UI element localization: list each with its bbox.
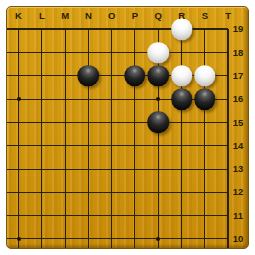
grid-line-vertical [111,29,112,41]
intersection-M16[interactable] [53,88,76,111]
grid-line-vertical [227,134,229,157]
grid-line-vertical [227,204,229,227]
grid-line-vertical [65,134,66,157]
intersection-L11[interactable] [30,204,53,227]
grid-line-vertical [134,157,135,180]
intersection-M18[interactable] [53,41,76,64]
intersection-P13[interactable] [123,157,146,180]
intersection-M11[interactable] [53,204,76,227]
intersection-L13[interactable] [30,157,53,180]
intersection-Q10[interactable] [147,227,170,249]
grid-line-vertical [65,227,66,249]
intersection-M15[interactable] [53,111,76,134]
grid-line-vertical [158,29,159,41]
intersection-L17[interactable] [30,64,53,87]
grid-line-vertical [41,134,42,157]
grid-line-vertical [18,181,19,204]
row-label-15: 15 [230,116,246,130]
row-label-14: 14 [230,139,246,153]
column-label-M: M [55,9,75,23]
grid-line-vertical [41,157,42,180]
intersection-Q13[interactable] [147,157,170,180]
intersection-Q14[interactable] [147,134,170,157]
grid-line-vertical [134,41,135,64]
intersection-M13[interactable] [53,157,76,180]
intersection-M12[interactable] [53,181,76,204]
intersection-P16[interactable] [123,88,146,111]
intersection-O15[interactable] [100,111,123,134]
go-board-grid [7,18,240,249]
grid-line-vertical [41,111,42,134]
white-stone-R17 [171,65,193,87]
grid-line-vertical [111,157,112,180]
intersection-R15[interactable] [170,111,193,134]
grid-line-vertical [181,111,182,134]
intersection-K13[interactable] [7,157,30,180]
grid-line-vertical [204,111,205,134]
intersection-L12[interactable] [30,181,53,204]
grid-line-vertical [227,41,229,64]
grid-line-vertical [204,204,205,227]
grid-line-vertical [158,181,159,204]
star-point-K10 [17,237,21,241]
row-label-19: 19 [230,22,246,36]
intersection-Q16[interactable] [147,88,170,111]
grid-line-vertical [18,204,19,227]
intersection-L18[interactable] [30,41,53,64]
black-stone-P17 [124,65,146,87]
intersection-L16[interactable] [30,88,53,111]
intersection-P14[interactable] [123,134,146,157]
grid-line-vertical [134,204,135,227]
column-label-S: S [195,9,215,23]
grid-line-vertical [227,64,229,87]
grid-line-vertical [227,181,229,204]
grid-line-vertical [158,204,159,227]
intersection-R14[interactable] [170,134,193,157]
intersection-S16[interactable] [193,88,216,111]
row-label-12: 12 [230,185,246,199]
grid-line-vertical [65,181,66,204]
column-label-P: P [125,9,145,23]
grid-line-vertical [88,41,89,64]
star-point-K16 [17,97,21,101]
grid-line-vertical [111,134,112,157]
intersection-N18[interactable] [77,41,100,64]
intersection-R10[interactable] [170,227,193,249]
grid-line-vertical [134,29,135,41]
intersection-O18[interactable] [100,41,123,64]
grid-line-vertical [204,181,205,204]
row-label-13: 13 [230,162,246,176]
grid-line-vertical [111,88,112,111]
intersection-N16[interactable] [77,88,100,111]
intersection-K10[interactable] [7,227,30,249]
column-label-R: R [172,9,192,23]
intersection-N12[interactable] [77,181,100,204]
intersection-K15[interactable] [7,111,30,134]
grid-line-vertical [111,111,112,134]
intersection-L15[interactable] [30,111,53,134]
black-stone-S16 [194,88,216,110]
grid-line-vertical [41,29,42,41]
intersection-O12[interactable] [100,181,123,204]
grid-line-vertical [41,88,42,111]
intersection-O11[interactable] [100,204,123,227]
column-label-K: K [9,9,29,23]
intersection-P15[interactable] [123,111,146,134]
intersection-M10[interactable] [53,227,76,249]
grid-line-vertical [41,64,42,87]
intersection-Q17[interactable] [147,64,170,87]
row-label-17: 17 [230,69,246,83]
grid-line-vertical [227,157,229,180]
grid-line-vertical [65,111,66,134]
grid-line-vertical [111,41,112,64]
grid-line-vertical [18,29,19,41]
grid-line-vertical [88,134,89,157]
intersection-O16[interactable] [100,88,123,111]
intersection-S13[interactable] [193,157,216,180]
intersection-P12[interactable] [123,181,146,204]
grid-line-vertical [88,29,89,41]
grid-line-vertical [65,157,66,180]
intersection-L10[interactable] [30,227,53,249]
intersection-R12[interactable] [170,181,193,204]
grid-line-vertical [41,181,42,204]
row-label-18: 18 [230,46,246,60]
intersection-R18[interactable] [170,41,193,64]
grid-line-vertical [111,227,112,249]
row-label-10: 10 [230,232,246,246]
grid-line-vertical [41,227,42,249]
column-label-N: N [78,9,98,23]
grid-line-vertical [134,227,135,249]
row-label-11: 11 [230,209,246,223]
white-stone-Q18 [148,42,170,64]
intersection-Q11[interactable] [147,204,170,227]
grid-line-vertical [227,111,229,134]
column-label-O: O [102,9,122,23]
intersection-P18[interactable] [123,41,146,64]
column-label-L: L [32,9,52,23]
grid-line-vertical [65,29,66,41]
black-stone-Q15 [148,112,170,134]
grid-line-vertical [88,204,89,227]
intersection-R11[interactable] [170,204,193,227]
intersection-K16[interactable] [7,88,30,111]
grid-line-vertical [88,111,89,134]
grid-line-vertical [134,111,135,134]
grid-line-vertical [181,227,182,249]
grid-line-vertical [18,111,19,134]
black-stone-R16 [171,88,193,110]
row-label-16: 16 [230,92,246,106]
grid-line-vertical [181,181,182,204]
intersection-R16[interactable] [170,88,193,111]
intersection-Q15[interactable] [147,111,170,134]
grid-line-vertical [181,41,182,64]
column-label-T: T [218,9,238,23]
intersection-R17[interactable] [170,64,193,87]
grid-line-vertical [65,204,66,227]
grid-line-vertical [204,227,205,249]
grid-line-vertical [41,41,42,64]
grid-line-vertical [204,134,205,157]
intersection-R13[interactable] [170,157,193,180]
intersection-O13[interactable] [100,157,123,180]
star-point-Q16 [156,97,160,101]
grid-line-vertical [88,227,89,249]
intersection-Q12[interactable] [147,181,170,204]
grid-line-vertical [88,157,89,180]
grid-line-vertical [111,64,112,87]
intersection-O17[interactable] [100,64,123,87]
intersection-N13[interactable] [77,157,100,180]
intersection-P17[interactable] [123,64,146,87]
grid-line-vertical [204,41,205,64]
grid-line-vertical [18,134,19,157]
grid-line-vertical [181,157,182,180]
intersection-S12[interactable] [193,181,216,204]
grid-line-vertical [227,29,229,41]
intersection-N15[interactable] [77,111,100,134]
grid-line-vertical [18,64,19,87]
intersection-N10[interactable] [77,227,100,249]
white-stone-S17 [194,65,216,87]
grid-line-vertical [134,134,135,157]
star-point-Q10 [156,237,160,241]
grid-line-vertical [88,181,89,204]
grid-line-vertical [88,88,89,111]
grid-line-vertical [134,88,135,111]
intersection-P11[interactable] [123,204,146,227]
intersection-M14[interactable] [53,134,76,157]
column-label-Q: Q [148,9,168,23]
intersection-S18[interactable] [193,41,216,64]
grid-line-vertical [65,88,66,111]
grid-line-vertical [181,204,182,227]
grid-line-vertical [204,29,205,41]
grid-line-vertical [18,157,19,180]
intersection-N17[interactable] [77,64,100,87]
grid-line-vertical [227,88,229,111]
intersection-K11[interactable] [7,204,30,227]
grid-line-vertical [65,64,66,87]
grid-line-vertical [111,204,112,227]
intersection-N14[interactable] [77,134,100,157]
intersection-O14[interactable] [100,134,123,157]
intersection-N11[interactable] [77,204,100,227]
intersection-S17[interactable] [193,64,216,87]
grid-line-vertical [158,157,159,180]
grid-line-vertical [204,157,205,180]
grid-line-vertical [18,41,19,64]
grid-line-vertical [134,181,135,204]
intersection-K14[interactable] [7,134,30,157]
grid-line-vertical [111,181,112,204]
intersection-M17[interactable] [53,64,76,87]
intersection-K12[interactable] [7,181,30,204]
grid-line-vertical [158,134,159,157]
intersection-S11[interactable] [193,204,216,227]
go-board: KLMNOPQRST 19181716151413121110 [6,6,249,249]
grid-line-vertical [227,227,229,249]
intersection-S14[interactable] [193,134,216,157]
intersection-K17[interactable] [7,64,30,87]
intersection-L14[interactable] [30,134,53,157]
intersection-K18[interactable] [7,41,30,64]
grid-line-vertical [65,41,66,64]
grid-line-vertical [181,134,182,157]
intersection-O10[interactable] [100,227,123,249]
intersection-S10[interactable] [193,227,216,249]
black-stone-Q17 [148,65,170,87]
intersection-Q18[interactable] [147,41,170,64]
intersection-P10[interactable] [123,227,146,249]
intersection-S15[interactable] [193,111,216,134]
grid-line-vertical [41,204,42,227]
black-stone-N17 [78,65,100,87]
